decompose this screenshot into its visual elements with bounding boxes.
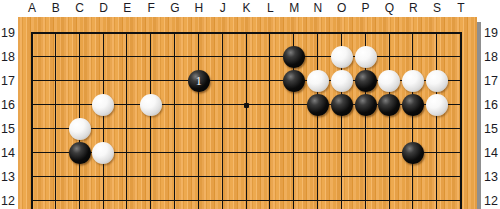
intersection-A17[interactable] (20, 69, 44, 93)
white-stone: ○ (331, 70, 353, 92)
intersection-O18[interactable]: ○ (330, 45, 354, 69)
stone-glyph: ● (378, 94, 400, 116)
black-stone: ● (378, 94, 400, 116)
stone-glyph: ○ (307, 70, 329, 92)
intersection-B13[interactable] (44, 165, 68, 189)
stone-glyph: ● (307, 94, 329, 116)
intersection-R19[interactable] (401, 21, 425, 45)
white-stone: ○ (92, 94, 114, 116)
intersection-N13[interactable] (306, 165, 330, 189)
column-label-T: T (453, 1, 469, 15)
intersection-H18[interactable] (187, 45, 211, 69)
row-label-left-17: 17 (0, 73, 15, 89)
intersection-H12[interactable] (187, 189, 211, 209)
intersection-O19[interactable] (330, 21, 354, 45)
stone-glyph: ● (283, 46, 305, 68)
intersection-E13[interactable] (115, 165, 139, 189)
intersection-F13[interactable] (139, 165, 163, 189)
intersection-E16[interactable] (115, 93, 139, 117)
intersection-M13[interactable] (282, 165, 306, 189)
intersection-A18[interactable] (20, 45, 44, 69)
stone-glyph: ● (331, 94, 353, 116)
row-label-left-15: 15 (0, 121, 15, 137)
column-label-J: J (215, 1, 231, 15)
column-label-K: K (238, 1, 254, 15)
intersection-F17[interactable] (139, 69, 163, 93)
intersection-H14[interactable] (187, 141, 211, 165)
intersection-E14[interactable] (115, 141, 139, 165)
intersection-N19[interactable] (306, 21, 330, 45)
row-label-left-18: 18 (0, 49, 15, 65)
black-stone: ● (283, 70, 305, 92)
intersection-D15[interactable] (92, 117, 116, 141)
intersection-F16[interactable]: ○ (139, 93, 163, 117)
row-label-left-12: 12 (0, 193, 15, 209)
stone-glyph: ○ (92, 142, 114, 164)
intersection-D13[interactable] (92, 165, 116, 189)
intersection-E15[interactable] (115, 117, 139, 141)
column-label-F: F (143, 1, 159, 15)
intersection-F12[interactable] (139, 189, 163, 209)
intersection-B12[interactable] (44, 189, 68, 209)
intersection-L16[interactable] (258, 93, 282, 117)
intersection-G15[interactable] (163, 117, 187, 141)
intersection-K12[interactable] (235, 189, 259, 209)
white-stone: ○ (69, 118, 91, 140)
intersection-J15[interactable] (211, 117, 235, 141)
intersection-D18[interactable] (92, 45, 116, 69)
row-label-right-12: 12 (484, 193, 500, 209)
intersection-C13[interactable] (68, 165, 92, 189)
intersection-F18[interactable] (139, 45, 163, 69)
intersection-D14[interactable]: ○ (92, 141, 116, 165)
intersection-C18[interactable] (68, 45, 92, 69)
intersection-S19[interactable] (425, 21, 449, 45)
column-label-E: E (119, 1, 135, 15)
intersection-R14[interactable]: ● (401, 141, 425, 165)
row-label-right-17: 17 (484, 73, 500, 89)
intersection-B17[interactable] (44, 69, 68, 93)
intersection-M14[interactable] (282, 141, 306, 165)
intersection-H17[interactable]: ●1 (187, 69, 211, 93)
white-stone: ○ (331, 46, 353, 68)
intersection-J19[interactable] (211, 21, 235, 45)
intersection-L14[interactable] (258, 141, 282, 165)
intersection-S17[interactable]: ○ (425, 69, 449, 93)
stone-glyph: ● (402, 94, 424, 116)
intersection-A19[interactable] (20, 21, 44, 45)
intersection-O14[interactable] (330, 141, 354, 165)
intersection-E18[interactable] (115, 45, 139, 69)
black-stone: ● (283, 46, 305, 68)
row-label-right-18: 18 (484, 49, 500, 65)
intersection-M16[interactable] (282, 93, 306, 117)
intersection-K16[interactable] (235, 93, 259, 117)
intersection-L12[interactable] (258, 189, 282, 209)
intersection-O15[interactable] (330, 117, 354, 141)
intersection-J16[interactable] (211, 93, 235, 117)
intersection-B15[interactable] (44, 117, 68, 141)
white-stone: ○ (307, 70, 329, 92)
intersection-A13[interactable] (20, 165, 44, 189)
intersection-E12[interactable] (115, 189, 139, 209)
column-label-A: A (24, 1, 40, 15)
white-stone: ○ (92, 142, 114, 164)
intersection-M12[interactable] (282, 189, 306, 209)
white-stone: ○ (378, 70, 400, 92)
stone-glyph: ● (402, 142, 424, 164)
intersection-O13[interactable] (330, 165, 354, 189)
white-stone: ○ (355, 46, 377, 68)
goban-grid: ●○○●1●○○●○○○○○●●●●●○○●○● (20, 21, 473, 209)
intersection-H13[interactable] (187, 165, 211, 189)
intersection-Q18[interactable] (378, 45, 402, 69)
column-label-L: L (262, 1, 278, 15)
intersection-O12[interactable] (330, 189, 354, 209)
intersection-D17[interactable] (92, 69, 116, 93)
intersection-S15[interactable] (425, 117, 449, 141)
intersection-T19[interactable] (449, 21, 473, 45)
intersection-N15[interactable] (306, 117, 330, 141)
intersection-P12[interactable] (354, 189, 378, 209)
intersection-J18[interactable] (211, 45, 235, 69)
intersection-N12[interactable] (306, 189, 330, 209)
intersection-S13[interactable] (425, 165, 449, 189)
intersection-Q19[interactable] (378, 21, 402, 45)
column-label-H: H (191, 1, 207, 15)
intersection-Q15[interactable] (378, 117, 402, 141)
intersection-G19[interactable] (163, 21, 187, 45)
intersection-P18[interactable]: ○ (354, 45, 378, 69)
intersection-M15[interactable] (282, 117, 306, 141)
intersection-N18[interactable] (306, 45, 330, 69)
intersection-Q16[interactable]: ● (378, 93, 402, 117)
stone-glyph: ○ (69, 118, 91, 140)
intersection-B16[interactable] (44, 93, 68, 117)
column-label-C: C (72, 1, 88, 15)
black-stone: ● (355, 70, 377, 92)
intersection-J14[interactable] (211, 141, 235, 165)
row-label-right-19: 19 (484, 25, 500, 41)
intersection-Q14[interactable] (378, 141, 402, 165)
column-label-N: N (310, 1, 326, 15)
intersection-T14[interactable] (449, 141, 473, 165)
intersection-R17[interactable]: ○ (401, 69, 425, 93)
stone-glyph: ○ (92, 94, 114, 116)
column-label-G: G (167, 1, 183, 15)
row-label-right-13: 13 (484, 169, 500, 185)
intersection-C17[interactable] (68, 69, 92, 93)
intersection-H19[interactable] (187, 21, 211, 45)
intersection-S14[interactable] (425, 141, 449, 165)
intersection-S16[interactable]: ○ (425, 93, 449, 117)
intersection-K17[interactable] (235, 69, 259, 93)
intersection-C19[interactable] (68, 21, 92, 45)
row-label-left-14: 14 (0, 145, 15, 161)
intersection-P17[interactable]: ● (354, 69, 378, 93)
row-label-left-13: 13 (0, 169, 15, 185)
intersection-F15[interactable] (139, 117, 163, 141)
row-label-right-14: 14 (484, 145, 500, 161)
intersection-R18[interactable] (401, 45, 425, 69)
black-stone: ● (402, 142, 424, 164)
column-label-P: P (358, 1, 374, 15)
intersection-E19[interactable] (115, 21, 139, 45)
row-label-left-19: 19 (0, 25, 15, 41)
intersection-G16[interactable] (163, 93, 187, 117)
row-label-right-16: 16 (484, 97, 500, 113)
stone-glyph: ● (355, 70, 377, 92)
intersection-G14[interactable] (163, 141, 187, 165)
intersection-R15[interactable] (401, 117, 425, 141)
intersection-G18[interactable] (163, 45, 187, 69)
white-stone: ○ (140, 94, 162, 116)
go-board-screen: ●○○●1●○○●○○○○○●●●●●○○●○● ABCDEFGHJKLMNOP… (0, 0, 500, 209)
intersection-M19[interactable] (282, 21, 306, 45)
intersection-K14[interactable] (235, 141, 259, 165)
white-stone: ○ (402, 70, 424, 92)
intersection-R13[interactable] (401, 165, 425, 189)
board-shadow (477, 22, 481, 209)
move-number-label: 1 (188, 70, 210, 92)
stone-glyph: ○ (355, 46, 377, 68)
intersection-M18[interactable]: ● (282, 45, 306, 69)
intersection-P14[interactable] (354, 141, 378, 165)
intersection-P19[interactable] (354, 21, 378, 45)
intersection-R16[interactable]: ● (401, 93, 425, 117)
intersection-T16[interactable] (449, 93, 473, 117)
intersection-K19[interactable] (235, 21, 259, 45)
stone-glyph: ○ (426, 94, 448, 116)
intersection-H16[interactable] (187, 93, 211, 117)
intersection-C12[interactable] (68, 189, 92, 209)
intersection-P15[interactable] (354, 117, 378, 141)
intersection-J12[interactable] (211, 189, 235, 209)
intersection-O17[interactable]: ○ (330, 69, 354, 93)
intersection-P13[interactable] (354, 165, 378, 189)
intersection-N14[interactable] (306, 141, 330, 165)
intersection-C16[interactable] (68, 93, 92, 117)
intersection-D16[interactable]: ○ (92, 93, 116, 117)
stone-glyph: ○ (378, 70, 400, 92)
intersection-G13[interactable] (163, 165, 187, 189)
column-label-S: S (429, 1, 445, 15)
intersection-T18[interactable] (449, 45, 473, 69)
intersection-T15[interactable] (449, 117, 473, 141)
row-label-left-16: 16 (0, 97, 15, 113)
intersection-A14[interactable] (20, 141, 44, 165)
black-stone: ●1 (188, 70, 210, 92)
intersection-D12[interactable] (92, 189, 116, 209)
intersection-N17[interactable]: ○ (306, 69, 330, 93)
stone-glyph: ○ (331, 70, 353, 92)
intersection-E17[interactable] (115, 69, 139, 93)
intersection-G17[interactable] (163, 69, 187, 93)
intersection-B19[interactable] (44, 21, 68, 45)
intersection-B18[interactable] (44, 45, 68, 69)
intersection-G12[interactable] (163, 189, 187, 209)
stone-glyph: ● (355, 94, 377, 116)
intersection-P16[interactable]: ● (354, 93, 378, 117)
white-stone: ○ (426, 70, 448, 92)
stone-glyph: ● (283, 70, 305, 92)
stone-glyph: ○ (331, 46, 353, 68)
intersection-L17[interactable] (258, 69, 282, 93)
intersection-H15[interactable] (187, 117, 211, 141)
intersection-R12[interactable] (401, 189, 425, 209)
intersection-S18[interactable] (425, 45, 449, 69)
intersection-M17[interactable]: ● (282, 69, 306, 93)
column-label-B: B (48, 1, 64, 15)
intersection-L15[interactable] (258, 117, 282, 141)
black-stone: ● (307, 94, 329, 116)
black-stone: ● (402, 94, 424, 116)
intersection-J17[interactable] (211, 69, 235, 93)
intersection-K18[interactable] (235, 45, 259, 69)
intersection-L18[interactable] (258, 45, 282, 69)
intersection-K13[interactable] (235, 165, 259, 189)
white-stone: ○ (426, 94, 448, 116)
intersection-N16[interactable]: ● (306, 93, 330, 117)
column-label-D: D (95, 1, 111, 15)
intersection-T17[interactable] (449, 69, 473, 93)
intersection-O16[interactable]: ● (330, 93, 354, 117)
intersection-D19[interactable] (92, 21, 116, 45)
intersection-J13[interactable] (211, 165, 235, 189)
intersection-L19[interactable] (258, 21, 282, 45)
column-label-R: R (405, 1, 421, 15)
intersection-Q12[interactable] (378, 189, 402, 209)
stone-glyph: ○ (426, 70, 448, 92)
black-stone: ● (69, 142, 91, 164)
row-label-right-15: 15 (484, 121, 500, 137)
stone-glyph: ○ (140, 94, 162, 116)
intersection-A16[interactable] (20, 93, 44, 117)
intersection-A12[interactable] (20, 189, 44, 209)
intersection-F14[interactable] (139, 141, 163, 165)
intersection-C15[interactable]: ○ (68, 117, 92, 141)
intersection-T12[interactable] (449, 189, 473, 209)
column-label-Q: Q (381, 1, 397, 15)
intersection-A15[interactable] (20, 117, 44, 141)
black-stone: ● (331, 94, 353, 116)
column-label-M: M (286, 1, 302, 15)
stone-glyph: ○ (402, 70, 424, 92)
intersection-L13[interactable] (258, 165, 282, 189)
intersection-Q17[interactable]: ○ (378, 69, 402, 93)
intersection-C14[interactable]: ● (68, 141, 92, 165)
intersection-B14[interactable] (44, 141, 68, 165)
intersection-K15[interactable] (235, 117, 259, 141)
intersection-F19[interactable] (139, 21, 163, 45)
stone-glyph: ● (69, 142, 91, 164)
intersection-T13[interactable] (449, 165, 473, 189)
black-stone: ● (355, 94, 377, 116)
intersection-Q13[interactable] (378, 165, 402, 189)
intersection-S12[interactable] (425, 189, 449, 209)
column-label-O: O (334, 1, 350, 15)
